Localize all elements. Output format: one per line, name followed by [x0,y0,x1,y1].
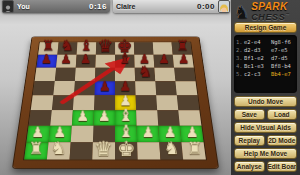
square-d4[interactable] [94,95,115,110]
logo-chess-text: CHESS™ [251,11,290,21]
white-move: c2-c3 [244,70,271,78]
square-c2[interactable] [71,126,94,142]
square-f3[interactable] [136,110,158,126]
girl-face-icon [219,4,229,13]
knight-logo-icon: ♞ [234,4,249,21]
square-e4[interactable]: ♟ [115,95,136,110]
square-c5[interactable] [74,81,95,95]
square-f8[interactable] [134,42,154,54]
square-g3[interactable] [157,110,180,126]
resign-game-button[interactable]: Resign Game [234,22,297,33]
square-b6[interactable] [55,68,76,82]
square-g4[interactable] [156,95,178,110]
square-e3[interactable]: ♝ [115,110,137,126]
square-h4[interactable] [177,95,200,110]
black-move: Bf8-b4 [271,62,298,70]
white-move: Bc1-e3 [244,62,271,70]
square-e5[interactable]: ♟ [115,81,136,95]
square-a8[interactable]: ♜ [38,42,58,54]
square-f5[interactable] [135,81,156,95]
black-king: ♚ [115,36,134,55]
square-a5[interactable] [33,81,55,95]
chess-board-scene: ♜♞♝♛♚♜♟♟♟♝♟♟♟♞♟♟♟♟♟♝♟♟♝♟♟♟♜♞♛♚♞♜ [5,20,226,168]
black-rook: ♜ [173,36,192,55]
person-silhouette-icon [3,4,13,13]
replay-button[interactable]: Replay [234,135,265,146]
square-b4[interactable] [52,95,74,110]
white-move: Bf1-e2 [244,54,271,62]
square-d8[interactable]: ♛ [96,42,115,54]
square-h8[interactable]: ♜ [172,42,192,54]
sidebar: ♞ SPARK CHESS™ Resign Game 1.e2-e4Ng8-f6… [231,0,300,175]
square-d7[interactable] [95,55,115,68]
square-h7[interactable]: ♟ [173,55,194,68]
square-e7[interactable]: ♝ [115,55,135,68]
square-g2[interactable]: ♟ [158,126,181,142]
square-b3[interactable] [50,110,73,126]
square-a1[interactable]: ♜ [24,142,48,159]
move-number: 2. [236,46,244,54]
black-move-current: Bb4-e7 [271,70,298,78]
chess-board: ♜♞♝♛♚♜♟♟♟♝♟♟♟♞♟♟♟♟♟♝♟♟♝♟♟♟♜♞♛♚♞♜ [13,37,218,168]
black-move: e7-e5 [271,46,298,54]
load-button[interactable]: Load [267,109,298,120]
save-button[interactable]: Save [234,109,265,120]
move-row: 1.e2-e4Ng8-f6 [236,38,295,46]
square-d6[interactable] [95,68,115,82]
player-clock-you: 0:16 [86,2,110,11]
2d-mode-button[interactable]: 2D Mode [267,135,298,146]
square-g8[interactable] [153,42,173,54]
square-a2[interactable]: ♟ [26,126,50,142]
square-f6[interactable]: ♞ [135,68,156,82]
square-c7[interactable]: ♟ [76,55,96,68]
help-me-move-button[interactable]: Help Me Move [234,148,297,159]
square-f7[interactable]: ♟ [134,55,154,68]
black-queen: ♛ [96,36,115,55]
black-move: Ng8-f6 [271,38,298,46]
square-g7[interactable]: ♟ [154,55,175,68]
square-d5[interactable]: ♟ [94,81,115,95]
square-f2[interactable]: ♟ [137,126,160,142]
square-h3[interactable] [178,110,201,126]
square-b8[interactable]: ♞ [57,42,77,54]
you-avatar [2,0,14,13]
move-row: 2.d2-d3e7-e5 [236,46,295,54]
square-e8[interactable]: ♚ [115,42,134,54]
square-f4[interactable] [136,95,158,110]
square-c4[interactable] [73,95,95,110]
board-grid: ♜♞♝♛♚♜♟♟♟♝♟♟♟♞♟♟♟♟♟♝♟♟♝♟♟♟♜♞♛♚♞♜ [24,42,206,159]
play-area: You 0:16 Claire 0:00 ♜♞♝♛♚♜♟♟♟♝♟♟♟♞♟♟♟♟♟… [0,0,231,175]
square-g6[interactable] [154,68,175,82]
square-a4[interactable] [31,95,54,110]
move-row: 4.Bc1-e3Bf8-b4 [236,62,295,70]
undo-move-button[interactable]: Undo Move [234,96,297,107]
white-move: d2-d3 [244,46,271,54]
square-b1[interactable]: ♞ [47,142,71,159]
square-b2[interactable]: ♟ [49,126,72,142]
move-row: 5.c2-c3Bb4-e7 [236,70,295,78]
player-name-you: You [14,3,86,10]
square-a6[interactable] [35,68,56,82]
logo-spark-text: SPARK [251,3,290,11]
player-bar-claire: Claire 0:00 [113,0,230,13]
move-number: 4. [236,62,244,70]
square-b7[interactable]: ♟ [56,55,77,68]
square-e2[interactable]: ♝ [115,126,137,142]
move-number: 5. [236,70,244,78]
black-knight: ♞ [58,36,77,55]
square-d3[interactable]: ♟ [93,110,115,126]
black-bishop: ♝ [77,36,96,55]
sparkchess-logo: ♞ SPARK CHESS™ [234,2,297,22]
analyse-button[interactable]: Analyse [234,161,265,172]
square-a3[interactable] [29,110,52,126]
square-f1[interactable] [137,142,160,159]
square-e1[interactable]: ♚ [115,142,138,159]
square-e6[interactable] [115,68,135,82]
square-h1[interactable]: ♜ [181,142,205,159]
square-c1[interactable] [70,142,93,159]
move-list[interactable]: 1.e2-e4Ng8-f62.d2-d3e7-e53.Bf1-e2d7-d54.… [234,35,297,93]
move-number: 3. [236,54,244,62]
square-c6[interactable] [75,68,96,82]
black-rook: ♜ [38,36,57,55]
edit-board-button[interactable]: Edit Board [267,161,298,172]
square-b5[interactable] [53,81,75,95]
player-name-claire: Claire [113,3,194,10]
white-move: e2-e4 [244,38,271,46]
square-d2[interactable] [93,126,115,142]
player-bar-you: You 0:16 [2,0,110,13]
square-h5[interactable] [175,81,197,95]
move-row: 3.Bf1-e2d7-d5 [236,54,295,62]
move-number: 1. [236,38,244,46]
sidebar-buttons: Undo MoveSaveLoadHide Visual AidsReplay2… [234,96,297,173]
square-d1[interactable]: ♛ [92,142,115,159]
square-g5[interactable] [155,81,177,95]
claire-avatar [218,0,230,13]
square-c8[interactable]: ♝ [77,42,97,54]
hide-visual-aids-button[interactable]: Hide Visual Aids [234,122,297,133]
square-h2[interactable]: ♟ [180,126,204,142]
square-g1[interactable]: ♞ [159,142,183,159]
black-move: d7-d5 [271,54,298,62]
square-c3[interactable]: ♟ [72,110,94,126]
square-h6[interactable] [174,68,195,82]
player-clock-claire: 0:00 [194,2,218,11]
square-a7[interactable]: ♟ [36,55,57,68]
